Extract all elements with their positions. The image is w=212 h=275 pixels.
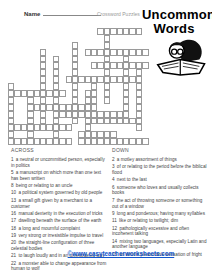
clue-text: next to the last xyxy=(116,177,147,182)
grid-cell[interactable] xyxy=(123,111,129,118)
grid-cell[interactable] xyxy=(53,76,59,83)
grid-cell[interactable] xyxy=(123,104,129,111)
clue-number: 4 xyxy=(112,177,115,182)
clue-text: long and ponderous; having many syllable… xyxy=(116,211,205,216)
clue-item: 9 long and ponderous; having many syllab… xyxy=(112,211,208,217)
clue-item: 14 mixing two languages, especially Lati… xyxy=(112,239,208,250)
clue-number: 8 xyxy=(11,183,14,188)
grid-cell[interactable] xyxy=(104,97,110,104)
clue-item: 16 manual dexterity in the execution of … xyxy=(11,211,107,217)
clue-item: 10 a political system governed by old pe… xyxy=(11,190,107,196)
clue-text: a manuscript on which more than one text… xyxy=(11,170,101,181)
clue-item: 2 a motley assortment of things xyxy=(112,157,208,163)
clue-number: 13 xyxy=(11,198,16,203)
clue-text: the act of throwing someone or something… xyxy=(112,198,202,209)
grid-cell[interactable] xyxy=(27,111,33,118)
clue-number: 9 xyxy=(112,211,115,216)
grid-cell[interactable] xyxy=(123,90,129,97)
worksheet-page: Name Crossword Puzzles Uncommon Words AC… xyxy=(0,0,212,275)
grid-cell[interactable] xyxy=(72,42,78,49)
clue-text: a small gift given by a merchant to a cu… xyxy=(11,198,92,209)
grid-cell[interactable] xyxy=(104,35,110,42)
clue-text: being or relating to an uncle xyxy=(15,183,73,188)
grid-cell[interactable] xyxy=(27,118,33,125)
clue-item: 18 a long and mournful complaint xyxy=(11,226,107,232)
grid-cell[interactable] xyxy=(142,138,148,145)
grid-cell[interactable] xyxy=(72,62,78,69)
grid-cell[interactable] xyxy=(110,131,116,138)
clue-text: a monster able to change appearance from… xyxy=(11,261,106,272)
down-clue-list: 2 a motley assortment of things3 of or r… xyxy=(112,157,208,257)
grid-cell[interactable] xyxy=(104,42,110,49)
website-credit-link[interactable]: ©www.easyteacherworksheets.com xyxy=(68,250,175,257)
grid-cell[interactable] xyxy=(40,97,46,104)
grid-cell[interactable] xyxy=(8,104,14,111)
grid-cell[interactable] xyxy=(40,56,46,63)
grid-cell[interactable] xyxy=(72,69,78,76)
clue-item: 8 being or relating to an uncle xyxy=(11,183,107,189)
clue-number: 17 xyxy=(11,218,16,223)
grid-cell[interactable] xyxy=(53,118,59,125)
grid-cell[interactable] xyxy=(91,97,97,104)
clue-item: 13 a small gift given by a merchant to a… xyxy=(11,198,107,209)
clue-item: 6 someone who loves and usually collects… xyxy=(112,185,208,196)
grid-cell[interactable] xyxy=(104,56,110,63)
crossword-grid xyxy=(8,28,161,145)
clue-number: 20 xyxy=(11,240,16,245)
grid-cell[interactable] xyxy=(40,69,46,76)
grid-cell[interactable] xyxy=(53,56,59,63)
grid-cell[interactable] xyxy=(8,83,14,90)
grid-cell[interactable] xyxy=(72,90,78,97)
clue-item: 5 a manuscript on which more than one te… xyxy=(11,170,107,181)
clue-text: a motley assortment of things xyxy=(116,157,177,162)
grid-cell[interactable] xyxy=(66,124,72,131)
title-line1: Uncommon xyxy=(142,8,206,22)
grid-cell[interactable] xyxy=(59,90,65,97)
grid-cell[interactable] xyxy=(136,104,142,111)
clue-text: of or relating to the period before the … xyxy=(112,164,206,175)
clue-number: 7 xyxy=(112,198,115,203)
reading-person-icon xyxy=(156,36,208,76)
grid-cell[interactable] xyxy=(123,69,129,76)
grid-cell[interactable] xyxy=(136,124,142,131)
clue-text: dwelling beneath the surface of the eart… xyxy=(17,218,101,223)
grid-cell[interactable] xyxy=(72,118,78,125)
grid-cell[interactable] xyxy=(136,69,142,76)
clue-number: 10 xyxy=(11,190,16,195)
grid-cell[interactable] xyxy=(40,76,46,83)
clue-text: like or relating to twilight; dim xyxy=(118,218,178,223)
clue-number: 22 xyxy=(11,261,16,266)
grid-cell[interactable] xyxy=(104,69,110,76)
clue-number: 21 xyxy=(11,253,16,258)
clue-number: 5 xyxy=(11,170,14,175)
clue-number: 16 xyxy=(11,211,16,216)
clue-item: 3 of or relating to the period before th… xyxy=(112,164,208,175)
name-label: Name xyxy=(24,11,40,17)
clue-text: a long and mournful complaint xyxy=(17,226,80,231)
grid-cell[interactable] xyxy=(123,56,129,63)
worksheet-type-label: Crossword Puzzles xyxy=(97,11,140,17)
grid-cell[interactable] xyxy=(27,131,33,138)
clue-text: a political system governed by old peopl… xyxy=(17,190,102,195)
grid-cell[interactable] xyxy=(91,104,97,111)
name-row: Name xyxy=(24,10,101,17)
clue-number: 3 xyxy=(112,164,115,169)
grid-cell[interactable] xyxy=(104,83,110,90)
clue-number: 11 xyxy=(112,218,117,223)
grid-cell[interactable] xyxy=(104,90,110,97)
grid-cell[interactable] xyxy=(142,49,148,56)
clue-item: 19 very strong or irresistible impulse t… xyxy=(11,233,107,239)
down-clues-section: DOWN 2 a motley assortment of things3 of… xyxy=(112,147,208,259)
grid-cell[interactable] xyxy=(142,62,148,69)
clue-item: 17 dwelling beneath the surface of the e… xyxy=(11,218,107,224)
grid-cell[interactable] xyxy=(53,69,59,76)
grid-cell[interactable] xyxy=(40,111,46,118)
grid-cell[interactable] xyxy=(8,111,14,118)
clue-item: 22 a monster able to change appearance f… xyxy=(11,261,107,272)
grid-cell[interactable] xyxy=(72,97,78,104)
clue-item: 4 next to the last xyxy=(112,177,208,183)
clue-item: 11 like or relating to twilight; dim xyxy=(112,218,208,224)
grid-cell[interactable] xyxy=(136,83,142,90)
clue-item: 1 a neutral or uncommitted person, espec… xyxy=(11,157,107,168)
clue-number: 1 xyxy=(11,157,14,162)
grid-cell[interactable] xyxy=(136,28,142,35)
grid-cell[interactable] xyxy=(53,97,59,104)
grid-cell[interactable] xyxy=(91,90,97,97)
clue-number: 18 xyxy=(11,226,16,231)
grid-cell[interactable] xyxy=(136,111,142,118)
down-heading: DOWN xyxy=(112,147,208,153)
clue-text: manual dexterity in the execution of tri… xyxy=(17,211,103,216)
clue-text: very strong or irresistible impulse to t… xyxy=(17,233,103,238)
grid-cell[interactable] xyxy=(136,97,142,104)
clue-number: 6 xyxy=(112,185,115,190)
clue-item: 7 the act of throwing someone or somethi… xyxy=(112,198,208,209)
clue-number: 14 xyxy=(112,239,117,244)
grid-cell[interactable] xyxy=(40,49,46,56)
grid-cell[interactable] xyxy=(53,131,59,138)
grid-cell[interactable] xyxy=(136,76,142,83)
grid-cell[interactable] xyxy=(8,131,14,138)
grid-cell[interactable] xyxy=(72,83,78,90)
clue-number: 19 xyxy=(11,233,16,238)
grid-cell[interactable] xyxy=(72,49,78,56)
across-heading: ACROSS xyxy=(11,147,107,153)
grid-cell[interactable] xyxy=(53,83,59,90)
grid-cell[interactable] xyxy=(40,62,46,69)
grid-cell[interactable] xyxy=(40,83,46,90)
grid-cell[interactable] xyxy=(8,97,14,104)
clue-text: someone who loves and usually collects b… xyxy=(112,185,199,196)
clue-number: 2 xyxy=(112,157,115,162)
grid-cell[interactable] xyxy=(136,118,142,125)
clue-number: 12 xyxy=(112,226,117,231)
grid-cell[interactable] xyxy=(40,118,46,125)
grid-cell[interactable] xyxy=(72,56,78,63)
clue-text: pathologically excessive and often incoh… xyxy=(112,226,189,237)
grid-cell[interactable] xyxy=(123,83,129,90)
clue-item: 12 pathologically excessive and often in… xyxy=(112,226,208,237)
grid-cell[interactable] xyxy=(123,97,129,104)
clue-text: a neutral or uncommitted person, especia… xyxy=(11,157,105,168)
grid-cell[interactable] xyxy=(91,83,97,90)
grid-cell[interactable] xyxy=(8,118,14,125)
grid-cell[interactable] xyxy=(27,97,33,104)
grid-cell[interactable] xyxy=(53,62,59,69)
clue-text: mixing two languages, especially Latin a… xyxy=(112,239,206,250)
grid-cell[interactable] xyxy=(85,124,91,131)
grid-cell[interactable] xyxy=(136,90,142,97)
name-input-line[interactable] xyxy=(43,10,101,16)
grid-cell[interactable] xyxy=(66,138,72,145)
